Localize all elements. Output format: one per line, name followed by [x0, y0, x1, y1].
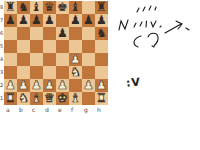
rank-label-8: 8 — [0, 1, 4, 14]
square-b5[interactable] — [17, 40, 30, 53]
square-g2[interactable]: ♟ — [82, 79, 95, 92]
square-b6[interactable] — [17, 27, 30, 40]
board: ♜♞♝♛♚♝♜♟♟♟♟♟♟♟♟♞♟♞♟♟♟♟♟♟♟♜♞♝♛♚♝♜ — [4, 1, 108, 105]
square-h4[interactable] — [95, 53, 108, 66]
square-e1[interactable]: ♚ — [56, 92, 69, 105]
square-a7[interactable]: ♟ — [4, 14, 17, 27]
file-labels: abcdefgh — [4, 106, 108, 113]
file-label-h: h — [95, 106, 108, 113]
piece-black-pawn: ♟ — [5, 14, 16, 27]
check-mark-annotation: :V — [125, 75, 141, 89]
piece-white-king: ♚ — [57, 92, 68, 105]
piece-black-king: ♚ — [57, 1, 68, 14]
file-label-g: g — [82, 106, 95, 113]
piece-white-rook: ♜ — [5, 92, 16, 105]
square-b7[interactable]: ♟ — [17, 14, 30, 27]
piece-white-bishop: ♝ — [31, 92, 42, 105]
file-label-e: e — [56, 106, 69, 113]
square-c5[interactable] — [30, 40, 43, 53]
scribble-curves — [134, 33, 158, 47]
square-h5[interactable] — [95, 40, 108, 53]
piece-black-pawn: ♟ — [57, 27, 68, 40]
square-e6[interactable]: ♟ — [56, 27, 69, 40]
square-c6[interactable] — [30, 27, 43, 40]
scribble-zigzag — [119, 20, 128, 30]
square-f6[interactable] — [69, 27, 82, 40]
square-g7[interactable]: ♟ — [82, 14, 95, 27]
piece-white-rook: ♜ — [96, 92, 107, 105]
square-c4[interactable] — [30, 53, 43, 66]
piece-white-knight: ♞ — [70, 66, 81, 79]
piece-white-pawn: ♟ — [83, 79, 94, 92]
square-c1[interactable]: ♝ — [30, 92, 43, 105]
square-d5[interactable] — [43, 40, 56, 53]
rank-labels: 87654321 — [0, 1, 4, 105]
rank-label-1: 1 — [0, 92, 4, 105]
square-d1[interactable]: ♛ — [43, 92, 56, 105]
square-e4[interactable] — [56, 53, 69, 66]
piece-black-pawn: ♟ — [18, 14, 29, 27]
piece-black-knight: ♞ — [96, 27, 107, 40]
square-g5[interactable] — [82, 40, 95, 53]
rank-label-2: 2 — [0, 79, 4, 92]
square-a5[interactable] — [4, 40, 17, 53]
square-g4[interactable] — [82, 53, 95, 66]
piece-black-pawn: ♟ — [44, 14, 55, 27]
piece-white-knight: ♞ — [18, 92, 29, 105]
piece-black-pawn: ♟ — [70, 14, 81, 27]
page: ♜♞♝♛♚♝♜♟♟♟♟♟♟♟♟♞♟♞♟♟♟♟♟♟♟♜♞♝♛♚♝♜ 8765432… — [0, 0, 200, 150]
piece-white-bishop: ♝ — [70, 92, 81, 105]
rank-label-5: 5 — [0, 40, 4, 53]
rank-label-3: 3 — [0, 66, 4, 79]
square-e8[interactable]: ♚ — [56, 1, 69, 14]
square-g1[interactable] — [82, 92, 95, 105]
square-h1[interactable]: ♜ — [95, 92, 108, 105]
piece-black-pawn: ♟ — [83, 14, 94, 27]
scribble-arrow — [165, 21, 189, 33]
square-d6[interactable] — [43, 27, 56, 40]
rank-label-6: 6 — [0, 27, 4, 40]
file-label-d: d — [43, 106, 56, 113]
square-f3[interactable]: ♞ — [69, 66, 82, 79]
rank-label-4: 4 — [0, 53, 4, 66]
square-d4[interactable] — [43, 53, 56, 66]
square-h6[interactable]: ♞ — [95, 27, 108, 40]
file-label-f: f — [69, 106, 82, 113]
square-e5[interactable] — [56, 40, 69, 53]
square-b1[interactable]: ♞ — [17, 92, 30, 105]
square-a6[interactable] — [4, 27, 17, 40]
square-a1[interactable]: ♜ — [4, 92, 17, 105]
file-label-c: c — [30, 106, 43, 113]
square-f1[interactable]: ♝ — [69, 92, 82, 105]
rank-label-7: 7 — [0, 14, 4, 27]
square-d7[interactable]: ♟ — [43, 14, 56, 27]
square-g6[interactable] — [82, 27, 95, 40]
scribble-tick-row-mid — [134, 21, 161, 27]
piece-black-pawn: ♟ — [31, 14, 42, 27]
file-label-b: b — [17, 106, 30, 113]
square-a4[interactable] — [4, 53, 17, 66]
square-f7[interactable]: ♟ — [69, 14, 82, 27]
scribble-tick-row-top — [137, 6, 156, 12]
file-label-a: a — [4, 106, 17, 113]
square-c7[interactable]: ♟ — [30, 14, 43, 27]
square-b4[interactable] — [17, 53, 30, 66]
piece-white-queen: ♛ — [44, 92, 55, 105]
